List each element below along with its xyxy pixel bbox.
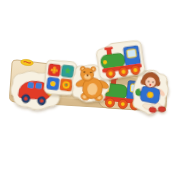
- product-photo: [0, 0, 175, 175]
- piece-train-lifted[interactable]: [95, 39, 145, 80]
- puzzle-scene: [0, 0, 175, 175]
